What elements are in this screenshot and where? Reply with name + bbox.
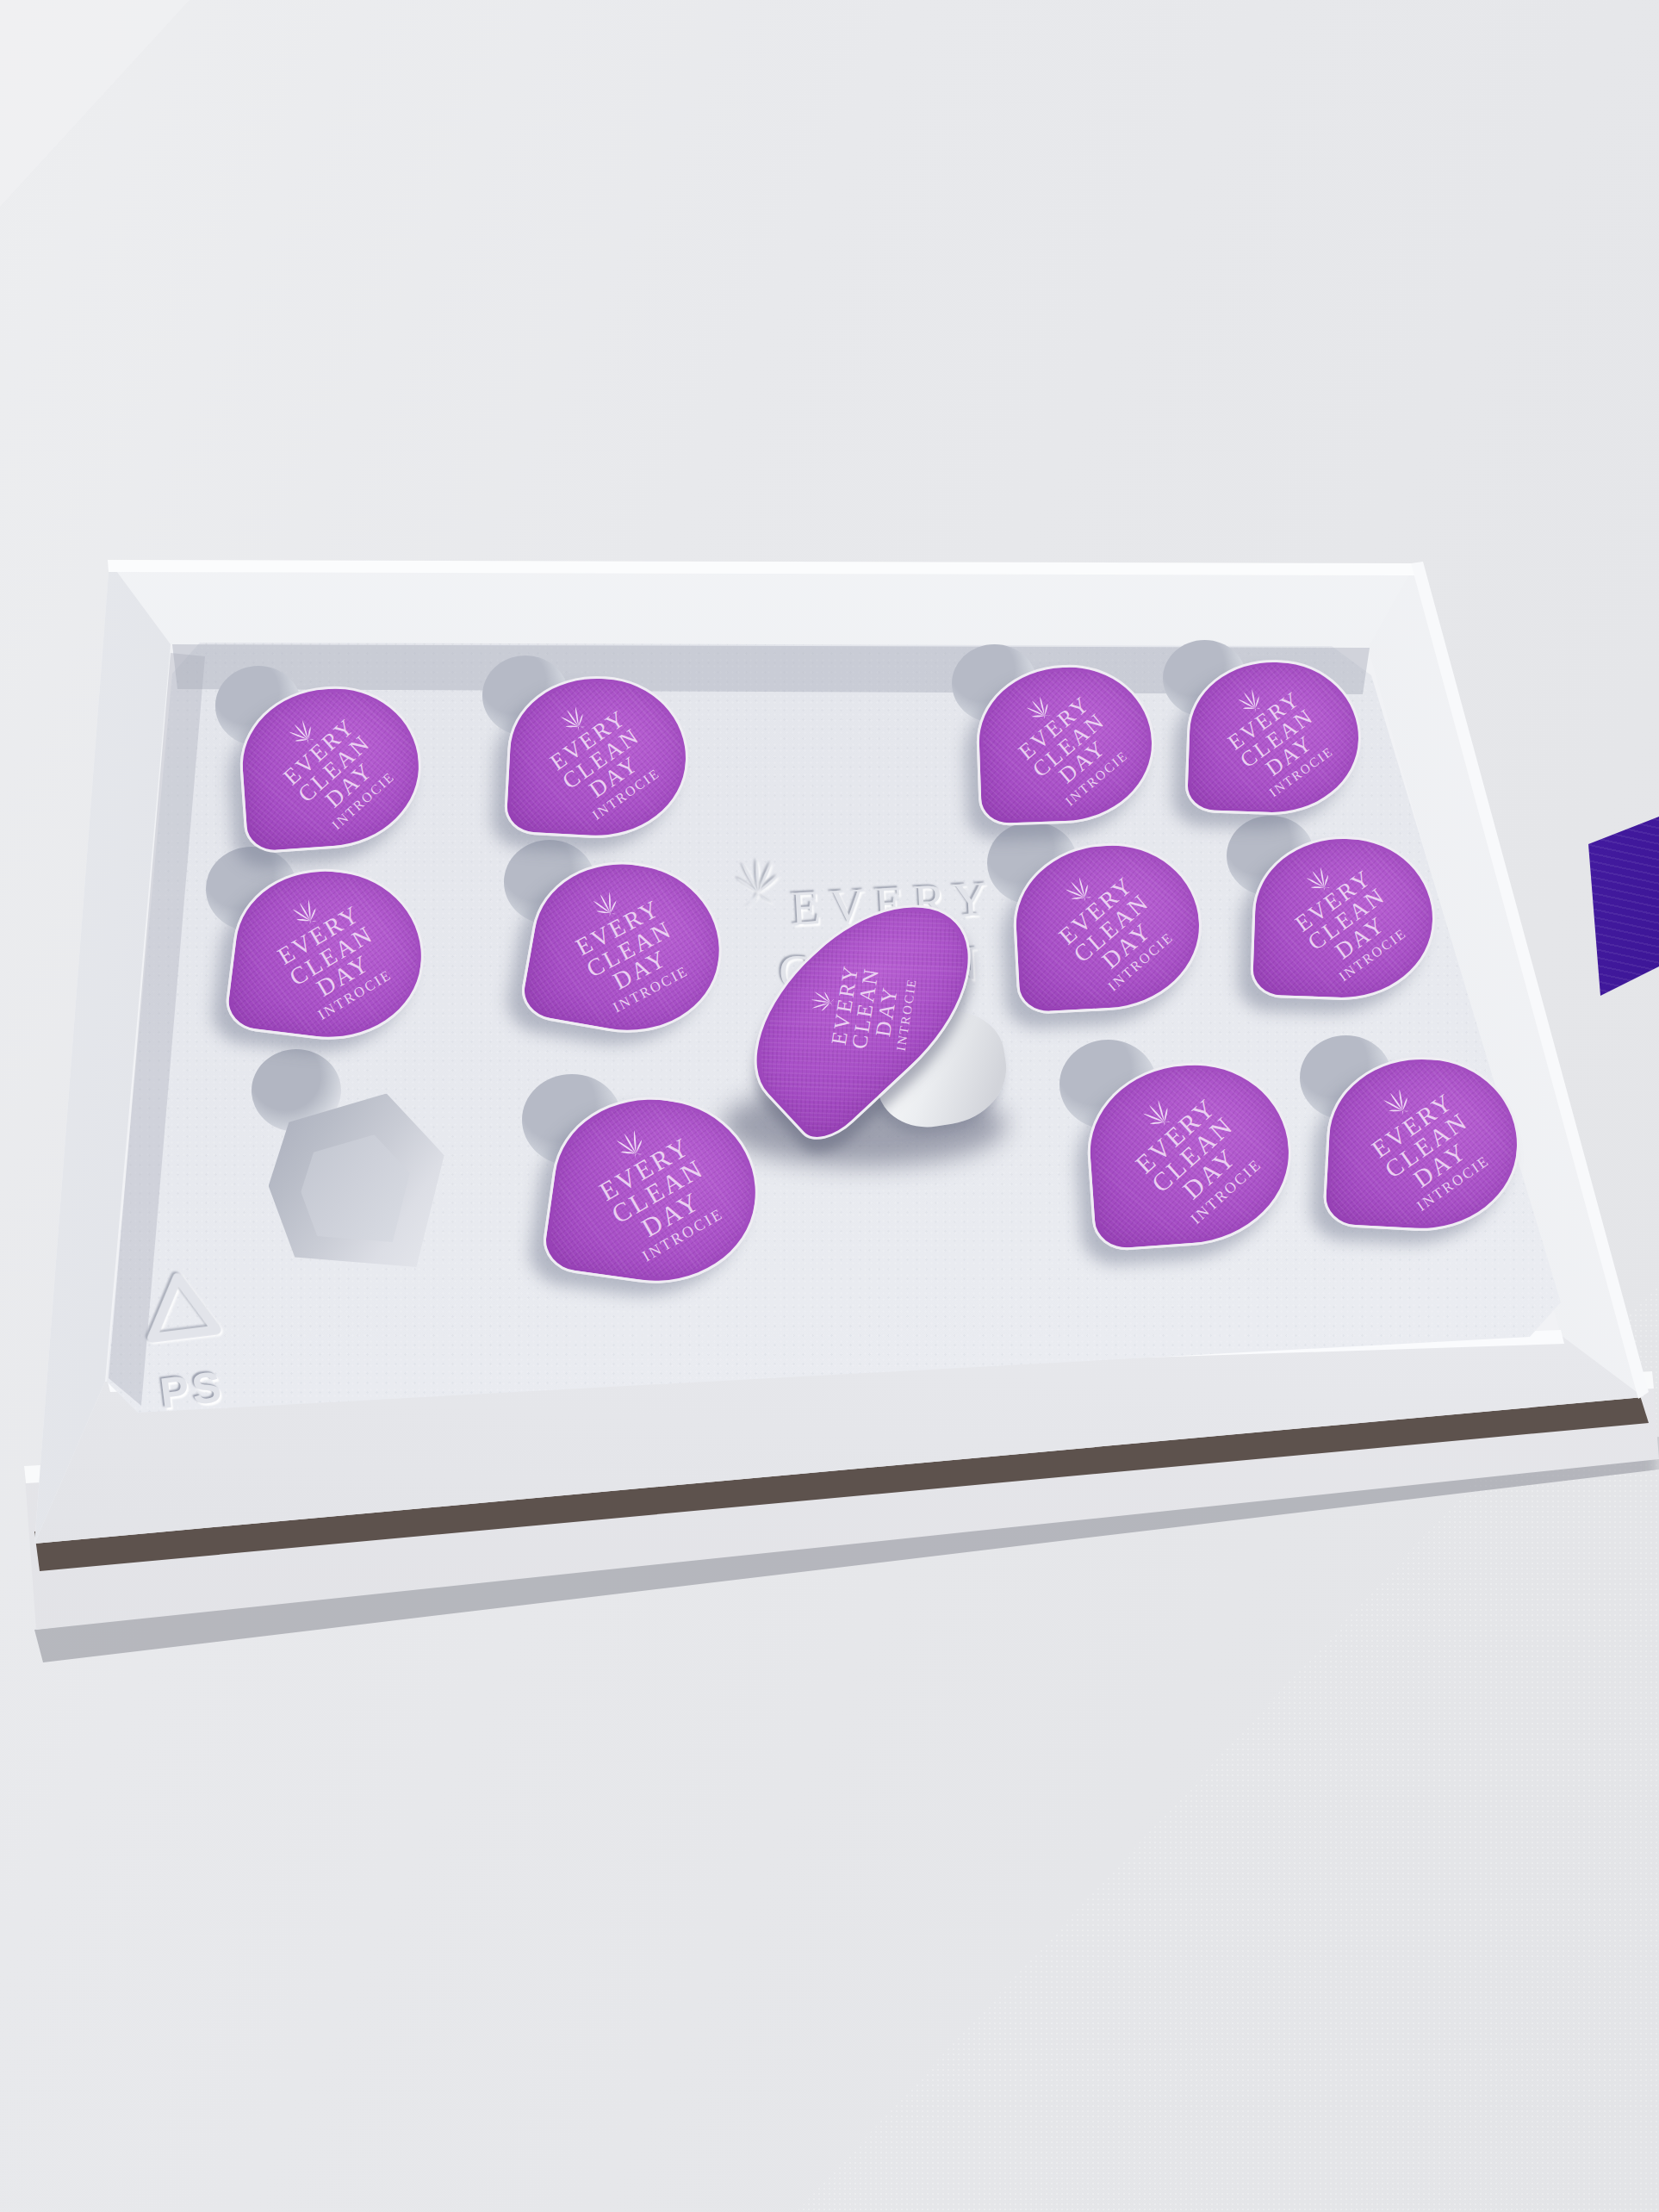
product-pod: EVERY CLEAN DAY INTROCIE xyxy=(517,847,735,1048)
product-pod: EVERY CLEAN DAY INTROCIE xyxy=(717,866,1009,1153)
pod-label: EVERY CLEAN DAY INTROCIE xyxy=(1350,1064,1496,1216)
product-pod: EVERY CLEAN DAY INTROCIE xyxy=(1082,1056,1297,1252)
product-pod: EVERY CLEAN DAY INTROCIE xyxy=(1010,838,1206,1015)
product-pod: EVERY CLEAN DAY INTROCIE xyxy=(503,672,693,843)
product-pod: EVERY CLEAN DAY INTROCIE xyxy=(1322,1052,1524,1235)
product-pod: EVERY CLEAN DAY INTROCIE xyxy=(1250,833,1438,1003)
product-pod: EVERY CLEAN DAY INTROCIE xyxy=(974,662,1157,826)
photo-canvas: EVERY CLEAN DAY PS xyxy=(0,0,1659,2212)
pod-label: EVERY CLEAN DAY INTROCIE xyxy=(997,671,1134,811)
pod-label: EVERY CLEAN DAY INTROCIE xyxy=(1110,1071,1269,1231)
pod-layer: EVERY CLEAN DAY INTROCIE xyxy=(0,0,1659,2212)
pod-label: EVERY CLEAN DAY INTROCIE xyxy=(1275,843,1414,987)
pod-label: EVERY CLEAN DAY INTROCIE xyxy=(803,959,919,1057)
pod-label: EVERY CLEAN DAY INTROCIE xyxy=(579,1106,730,1268)
pod-label: EVERY CLEAN DAY INTROCIE xyxy=(1035,850,1179,997)
pod-label: EVERY CLEAN DAY INTROCIE xyxy=(260,693,401,836)
pod-label: EVERY CLEAN DAY INTROCIE xyxy=(558,870,695,1017)
product-pod: EVERY CLEAN DAY INTROCIE xyxy=(235,680,427,854)
product-pod: EVERY CLEAN DAY INTROCIE xyxy=(223,858,433,1051)
pod-label: EVERY CLEAN DAY INTROCIE xyxy=(530,683,666,825)
product-pod: EVERY CLEAN DAY INTROCIE xyxy=(539,1084,770,1296)
pod-label: EVERY CLEAN DAY INTROCIE xyxy=(1209,666,1339,802)
product-pod: EVERY CLEAN DAY INTROCIE xyxy=(1184,657,1364,818)
pod-label: EVERY CLEAN DAY INTROCIE xyxy=(258,877,399,1026)
